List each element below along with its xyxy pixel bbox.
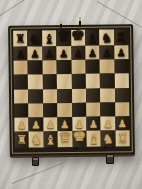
piece-black-rook: ♜ [116, 31, 127, 43]
square-a6 [14, 61, 29, 75]
square-h8: ♜ [114, 29, 129, 45]
square-d5 [57, 74, 72, 88]
square-a3 [14, 103, 29, 117]
piece-black-knight: ♞ [101, 31, 113, 44]
square-c2: ♟ [43, 117, 58, 131]
square-e3 [72, 102, 87, 116]
square-h7: ♟ [114, 45, 129, 59]
square-c6 [42, 60, 57, 74]
square-g6 [100, 60, 115, 74]
front-right-clasp [106, 154, 114, 164]
square-b5 [28, 75, 43, 89]
piece-white-rook: ♜ [117, 132, 128, 144]
piece-black-pawn: ♟ [88, 47, 98, 58]
square-c7: ♟ [42, 46, 57, 60]
piece-white-pawn: ♟ [46, 119, 56, 130]
piece-white-pawn: ♟ [17, 119, 27, 130]
square-c8: ♝ [42, 30, 57, 46]
piece-white-pawn: ♟ [89, 118, 99, 129]
black-king-finial [79, 17, 81, 27]
piece-white-knight: ♞ [102, 132, 114, 145]
square-d6 [57, 60, 72, 74]
square-g1: ♞ [101, 130, 116, 146]
square-e7: ♟ [71, 46, 86, 60]
piece-black-rook: ♜ [15, 33, 26, 45]
square-h4 [115, 88, 130, 102]
photo-speck [104, 146, 107, 149]
square-h6 [114, 59, 129, 73]
square-e8: ♚ [71, 30, 86, 46]
piece-white-bishop: ♝ [45, 133, 57, 146]
square-e5 [71, 74, 86, 88]
piece-white-king: ♚ [72, 128, 87, 144]
piece-black-pawn: ♟ [73, 48, 83, 59]
square-b1: ♞ [29, 131, 44, 147]
piece-white-rook: ♜ [16, 134, 27, 146]
piece-black-pawn: ♟ [102, 47, 112, 58]
square-a2: ♟ [14, 117, 29, 131]
square-g4 [100, 88, 115, 102]
square-e1: ♚ [72, 131, 87, 147]
square-d1: ♛ [58, 131, 73, 147]
piece-black-bishop: ♝ [43, 32, 55, 45]
square-c4 [43, 89, 58, 103]
front-left-clasp [32, 157, 39, 166]
square-g5 [100, 74, 115, 88]
square-h5 [114, 74, 129, 88]
square-f3 [86, 102, 101, 116]
piece-black-pawn: ♟ [116, 47, 126, 58]
piece-white-pawn: ♟ [103, 118, 113, 129]
square-f7: ♟ [85, 46, 100, 60]
square-b3 [29, 103, 44, 117]
piece-white-pawn: ♟ [117, 118, 127, 129]
square-e4 [71, 88, 86, 102]
square-g8: ♞ [99, 29, 114, 45]
square-b8: ♞ [28, 30, 43, 46]
piece-black-king: ♚ [71, 27, 86, 43]
square-c3 [43, 103, 58, 117]
square-g7: ♟ [100, 45, 115, 59]
square-a1: ♜ [15, 132, 30, 148]
square-f8: ♝ [85, 30, 100, 46]
square-e6 [71, 60, 86, 74]
photo-speck [75, 147, 78, 150]
piece-black-pawn: ♟ [59, 48, 69, 59]
square-d8: ♛ [56, 30, 71, 46]
board-grid: ♜♞♝♛♚♝♞♜♟♟♟♟♟♟♟♟♟♟♟♟♟♟♟♟♜♞♝♛♚♝♞♜ [13, 29, 130, 148]
square-f2: ♟ [86, 116, 101, 130]
piece-white-queen: ♛ [58, 130, 72, 145]
piece-black-pawn: ♟ [45, 48, 55, 59]
floor: ♜♞♝♛♚♝♞♜♟♟♟♟♟♟♟♟♟♟♟♟♟♟♟♟♜♞♝♛♚♝♞♜ [0, 0, 142, 189]
piece-black-bishop: ♝ [86, 31, 98, 44]
square-g2: ♟ [101, 116, 116, 130]
piece-white-pawn: ♟ [31, 119, 41, 130]
square-g3 [100, 102, 115, 116]
square-c1: ♝ [43, 131, 58, 147]
square-b4 [28, 89, 43, 103]
square-d3 [57, 103, 72, 117]
piece-black-queen: ♛ [57, 29, 71, 44]
square-f6 [85, 60, 100, 74]
square-d7: ♟ [56, 46, 71, 60]
floor-plank-seam [0, 0, 32, 18]
piece-white-bishop: ♝ [88, 132, 100, 145]
square-b7: ♟ [28, 46, 43, 60]
square-h1: ♜ [115, 130, 130, 146]
piece-black-pawn: ♟ [16, 48, 26, 59]
chess-board: ♜♞♝♛♚♝♞♜♟♟♟♟♟♟♟♟♟♟♟♟♟♟♟♟♜♞♝♛♚♝♞♜ [8, 24, 135, 158]
square-a4 [14, 89, 29, 103]
piece-white-knight: ♞ [30, 133, 42, 146]
square-b6 [28, 61, 43, 75]
black-queen-finial [60, 21, 62, 28]
square-a5 [14, 75, 29, 89]
square-b2: ♟ [29, 117, 44, 131]
square-f4 [86, 88, 101, 102]
square-f1: ♝ [86, 131, 101, 147]
square-d4 [57, 89, 72, 103]
square-h2: ♟ [115, 116, 130, 130]
square-a8: ♜ [13, 31, 28, 47]
square-f5 [86, 74, 101, 88]
square-h3 [115, 102, 130, 116]
piece-black-pawn: ♟ [30, 48, 40, 59]
square-c5 [43, 75, 58, 89]
square-a7: ♟ [13, 47, 28, 61]
piece-black-knight: ♞ [29, 32, 41, 45]
